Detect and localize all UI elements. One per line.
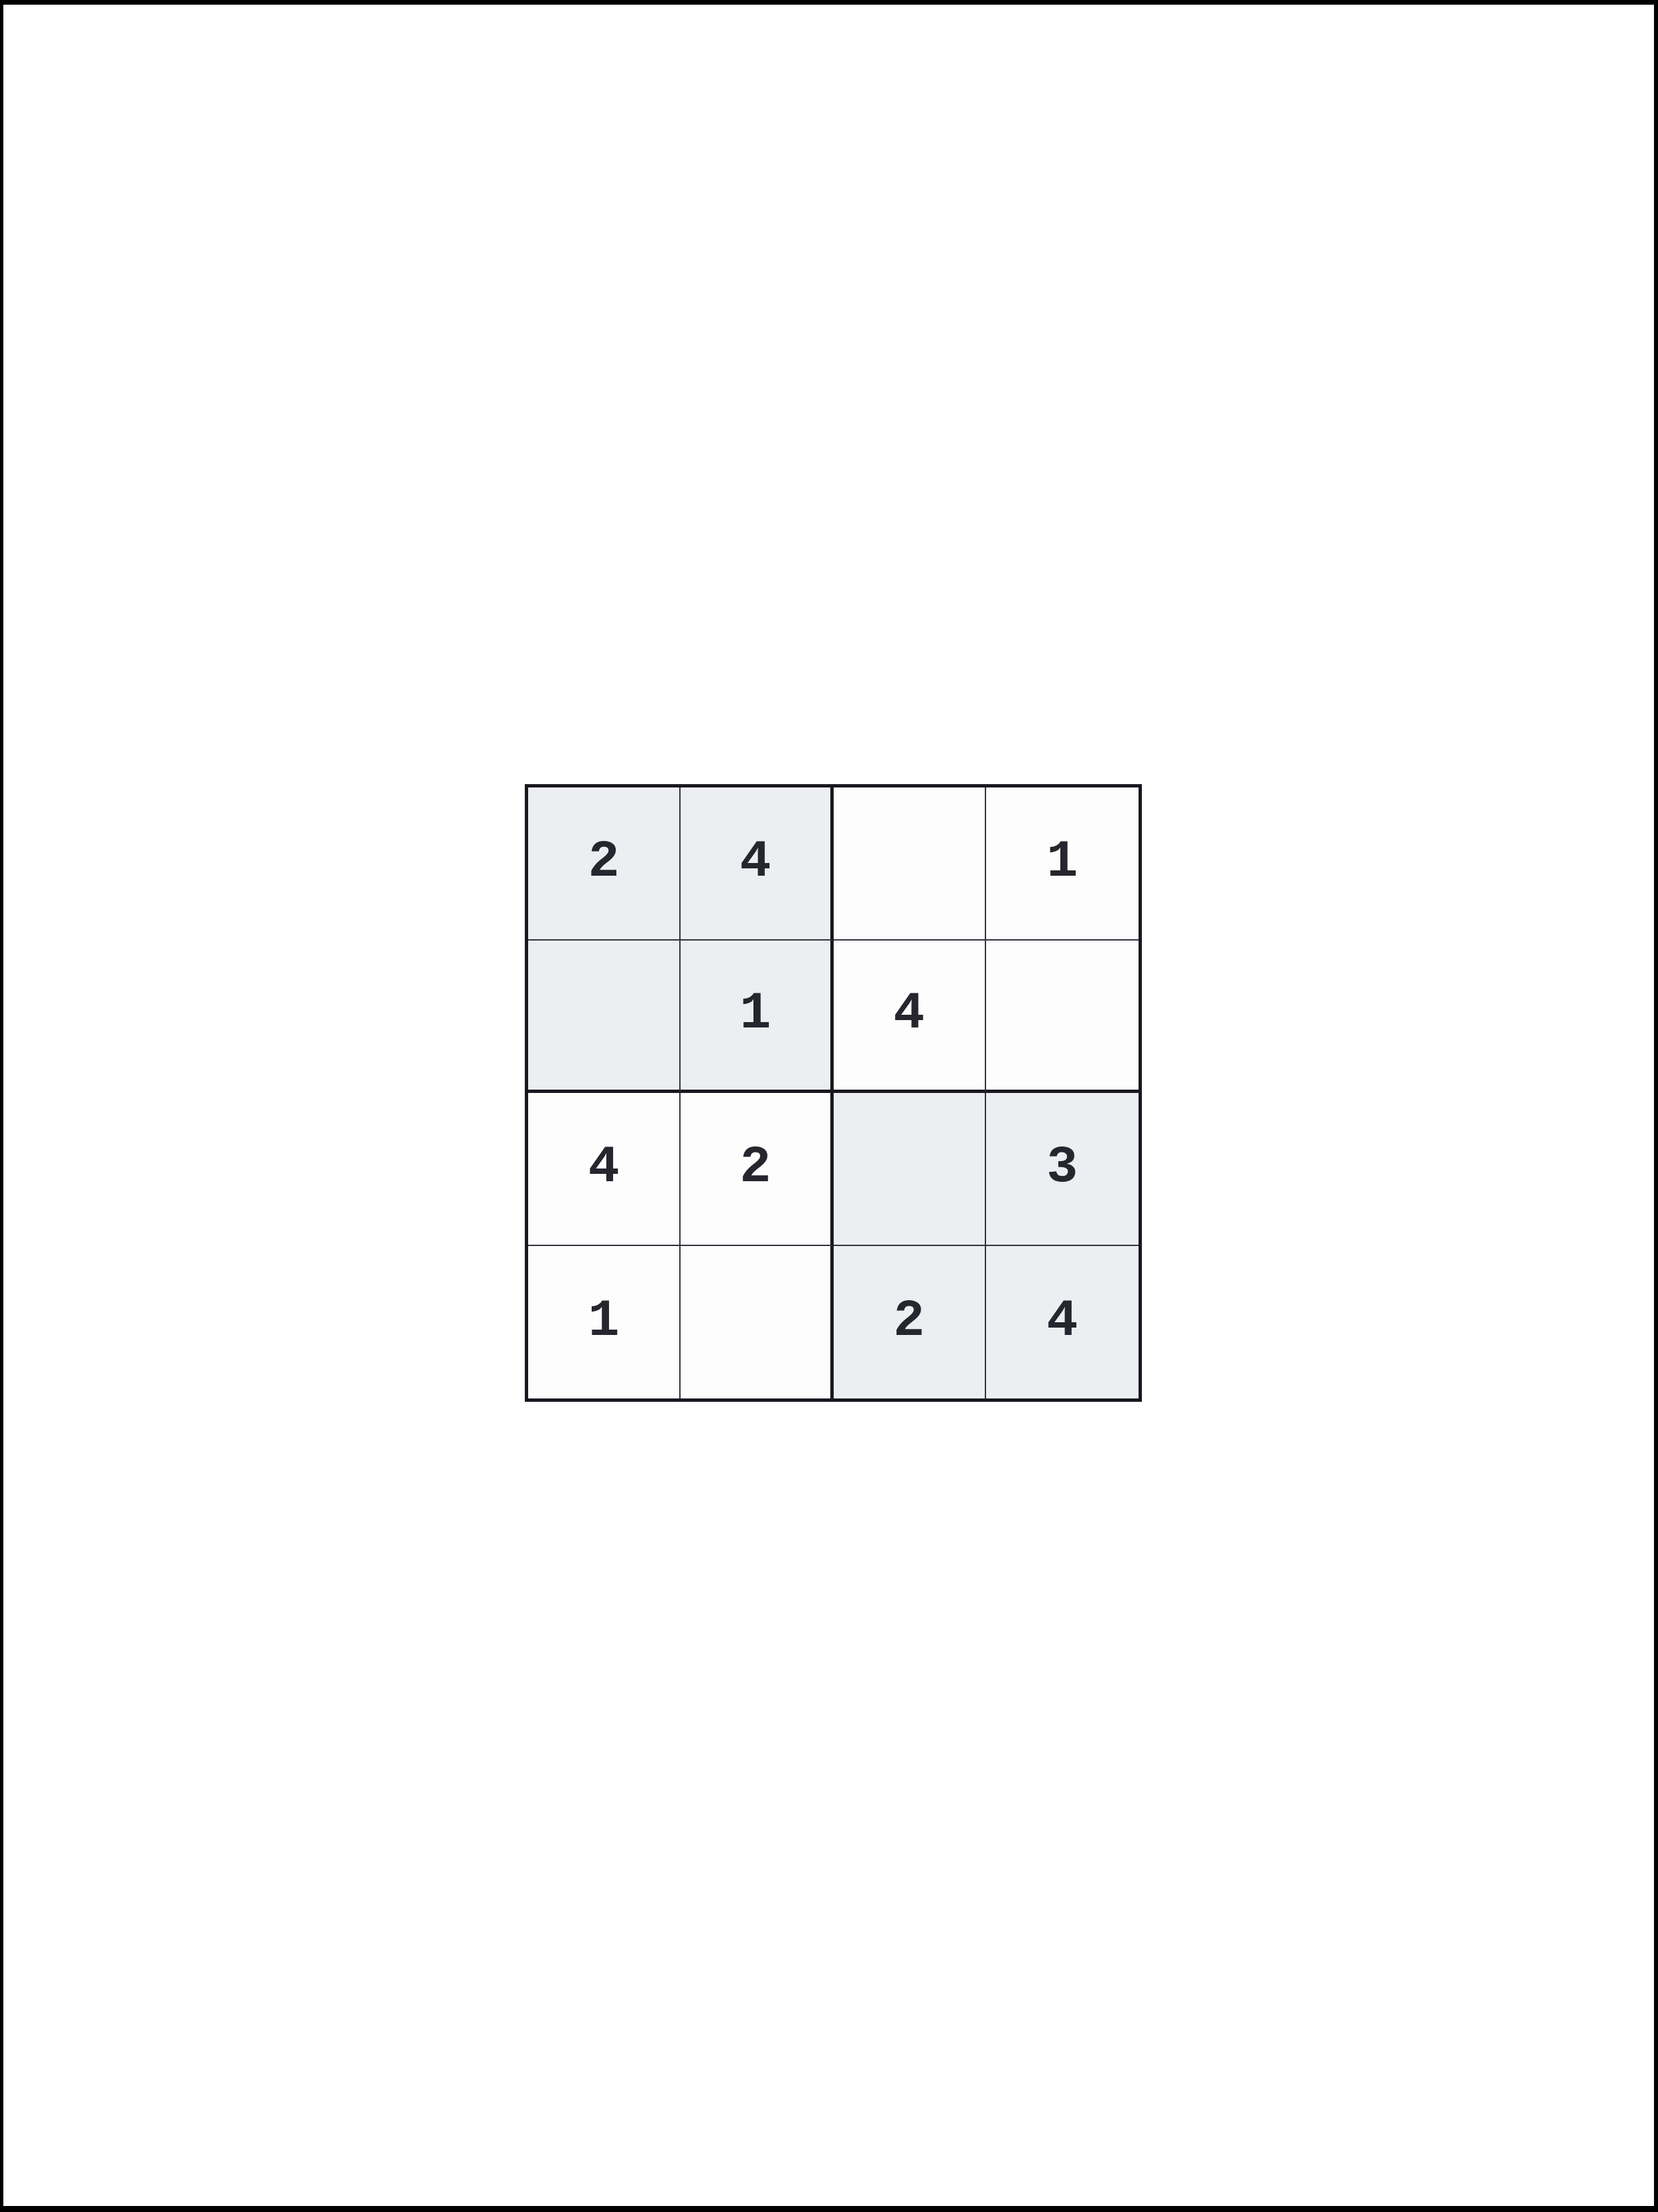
cell-r2c2: 1: [681, 941, 833, 1094]
given-digit-r3c1: 4: [588, 1141, 620, 1193]
cell-r1c4: 1: [986, 787, 1139, 941]
cell-r3c2: 2: [681, 1093, 833, 1246]
given-digit-r2c2: 1: [739, 987, 771, 1039]
cell-r1c2: 4: [681, 787, 833, 941]
given-digit-r3c4: 3: [1046, 1141, 1078, 1193]
cell-r1c1: 2: [528, 787, 681, 941]
given-digit-r1c1: 2: [588, 836, 620, 888]
cell-r1c3: [834, 787, 986, 941]
cell-r2c3: 4: [834, 941, 986, 1094]
cell-r3c1: 4: [528, 1093, 681, 1246]
cell-r4c1: 1: [528, 1246, 681, 1399]
worksheet-page: 2 4 1 1 4 4 2 3 1 2 4: [0, 0, 1658, 2212]
given-digit-r1c2: 4: [739, 836, 771, 888]
cell-r2c1: [528, 941, 681, 1094]
given-digit-r2c3: 4: [893, 987, 925, 1039]
given-digit-r4c3: 2: [893, 1295, 925, 1347]
given-digit-r3c2: 2: [739, 1141, 771, 1193]
cell-r3c4: 3: [986, 1093, 1139, 1246]
cell-r3c3: [834, 1093, 986, 1246]
cell-r4c2: [681, 1246, 833, 1399]
given-digit-r1c4: 1: [1046, 836, 1078, 888]
sudoku-board: 2 4 1 1 4 4 2 3 1 2 4: [525, 784, 1142, 1402]
given-digit-r4c4: 4: [1046, 1295, 1078, 1347]
cell-r2c4: [986, 941, 1139, 1094]
cell-r4c3: 2: [834, 1246, 986, 1399]
cell-r4c4: 4: [986, 1246, 1139, 1399]
given-digit-r4c1: 1: [588, 1295, 620, 1347]
